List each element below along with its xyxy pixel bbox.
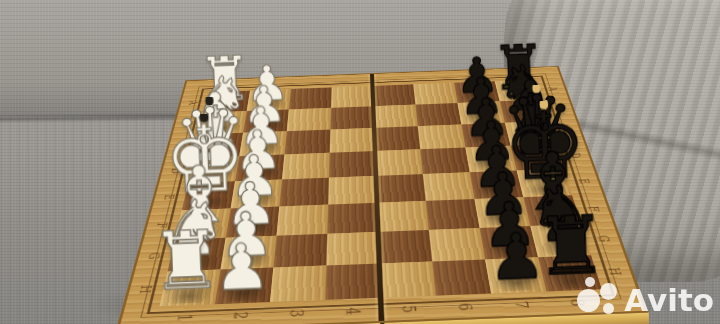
- square-c6[interactable]: [418, 124, 466, 149]
- piece-black-rook-h8[interactable]: ♜: [534, 205, 609, 287]
- square-f4[interactable]: [327, 203, 378, 234]
- square-a4[interactable]: [331, 86, 373, 108]
- board-face: ♜♟♟♜♞♟♟♞♝♟♟♝♛♟♟♛♚♟♟♚♝♟♟♝♞♟♟♞♜♟♟♜ 1234567…: [119, 67, 645, 324]
- square-e3[interactable]: [279, 178, 329, 207]
- square-a6[interactable]: [413, 83, 457, 105]
- square-b3[interactable]: [287, 108, 331, 131]
- square-c4[interactable]: [330, 128, 375, 153]
- avito-logo-icon: [576, 276, 620, 316]
- square-g4[interactable]: [326, 232, 379, 266]
- square-d6[interactable]: [420, 148, 470, 175]
- square-g3[interactable]: [273, 234, 327, 268]
- rank-label-4: 4: [338, 293, 368, 324]
- avito-watermark-text: Avito: [624, 285, 714, 316]
- square-b5[interactable]: [373, 105, 417, 128]
- square-a5[interactable]: [372, 84, 415, 106]
- square-d4[interactable]: [329, 151, 376, 178]
- photo-scene: ♜♟♟♜♞♟♟♞♝♟♟♝♛♟♟♛♚♟♟♚♝♟♟♝♞♟♟♞♜♟♟♜ 1234567…: [0, 0, 720, 324]
- square-c5[interactable]: [374, 126, 420, 151]
- square-g5[interactable]: [378, 230, 432, 264]
- square-f3[interactable]: [277, 205, 329, 236]
- square-a3[interactable]: [289, 88, 332, 110]
- square-b6[interactable]: [415, 103, 461, 126]
- square-e5[interactable]: [376, 174, 426, 203]
- chessboard: ♜♟♟♜♞♟♟♞♝♟♟♝♛♟♟♛♚♟♟♚♝♟♟♝♞♟♟♞♜♟♟♜ 1234567…: [119, 67, 645, 324]
- square-g6[interactable]: [429, 228, 485, 261]
- square-c3[interactable]: [284, 129, 330, 154]
- square-e4[interactable]: [328, 176, 377, 205]
- square-f6[interactable]: [426, 199, 480, 230]
- square-b4[interactable]: [330, 106, 374, 129]
- square-d3[interactable]: [282, 153, 330, 180]
- square-d5[interactable]: [375, 149, 423, 176]
- square-f5[interactable]: [377, 201, 429, 232]
- avito-watermark: Avito: [576, 276, 714, 316]
- piece-white-pawn-h2[interactable]: ♟: [212, 234, 271, 299]
- square-e6[interactable]: [423, 172, 475, 201]
